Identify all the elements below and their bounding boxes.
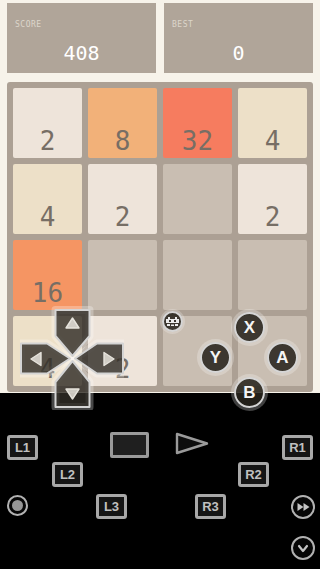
play-triangle-icon (175, 432, 209, 455)
r3-label: R3 (202, 499, 219, 514)
y-button-label: Y (210, 348, 221, 368)
tile: 16 (13, 240, 82, 310)
a-button-label: A (276, 348, 288, 368)
score-label: SCORE (15, 20, 42, 29)
x-button-label: X (244, 318, 255, 338)
l1-label: L1 (15, 440, 30, 455)
tile: 4 (13, 164, 82, 234)
tile: 2 (238, 164, 307, 234)
score-box: SCORE 408 (7, 3, 156, 73)
tile (88, 240, 157, 310)
invader-icon (166, 317, 179, 327)
tile: 2 (13, 88, 82, 158)
tile (163, 164, 232, 234)
l3-label: L3 (104, 499, 119, 514)
l3-button[interactable]: L3 (96, 494, 127, 519)
record-button[interactable] (7, 495, 28, 516)
menu-collapse-button[interactable] (291, 536, 315, 560)
tile (238, 240, 307, 310)
l2-button[interactable]: L2 (52, 462, 83, 487)
r3-button[interactable]: R3 (195, 494, 226, 519)
l2-label: L2 (60, 467, 75, 482)
dpad[interactable] (20, 306, 124, 410)
tile-value: 8 (115, 128, 131, 154)
tile-value: 4 (265, 128, 281, 154)
best-label: BEST (172, 20, 193, 29)
select-button[interactable] (110, 432, 149, 458)
tile: 32 (163, 88, 232, 158)
start-button[interactable] (175, 432, 209, 455)
tile-value: 32 (182, 128, 213, 154)
gamepad-bottom-panel: L1 L2 L3 R1 R2 R3 (0, 393, 320, 569)
emulator-screen: SCORE 408 BEST 0 2 8 32 4 4 2 2 16 4 2 L… (0, 0, 320, 569)
tile-value: 2 (265, 204, 281, 230)
tile (163, 240, 232, 310)
tile: 4 (238, 88, 307, 158)
tile-value: 4 (40, 204, 56, 230)
fast-forward-button[interactable] (291, 495, 315, 519)
b-button[interactable]: B (234, 377, 265, 408)
menu-button[interactable] (162, 311, 183, 332)
tile-value: 2 (40, 128, 56, 154)
tile: 8 (88, 88, 157, 158)
l1-button[interactable]: L1 (7, 435, 38, 460)
b-button-label: B (243, 383, 255, 403)
score-value: 408 (7, 43, 156, 63)
hud: SCORE 408 BEST 0 (7, 3, 313, 73)
a-button[interactable]: A (267, 342, 298, 373)
y-button[interactable]: Y (200, 342, 231, 373)
fast-forward-icon (295, 499, 311, 515)
chevron-down-icon (295, 540, 311, 556)
tile-value: 16 (32, 280, 63, 306)
r2-button[interactable]: R2 (238, 462, 269, 487)
best-box: BEST 0 (164, 3, 313, 73)
r2-label: R2 (245, 467, 262, 482)
r1-button[interactable]: R1 (282, 435, 313, 460)
x-button[interactable]: X (234, 312, 265, 343)
best-value: 0 (164, 43, 313, 63)
record-dot-icon (12, 500, 23, 511)
r1-label: R1 (289, 440, 306, 455)
tile: 2 (88, 164, 157, 234)
tile-value: 2 (115, 204, 131, 230)
